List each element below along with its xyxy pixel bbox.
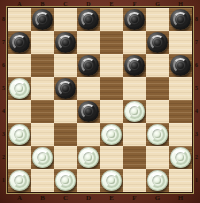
file-label-bottom-e: E bbox=[100, 193, 123, 203]
file-label-top-g: G bbox=[146, 0, 169, 7]
file-label-top-f: F bbox=[123, 0, 146, 7]
black-piece[interactable] bbox=[147, 32, 168, 53]
square-f4[interactable] bbox=[123, 100, 146, 123]
square-f8[interactable] bbox=[123, 8, 146, 31]
square-b4[interactable] bbox=[31, 100, 54, 123]
square-g2[interactable] bbox=[146, 146, 169, 169]
rank-label-left-2: 2 bbox=[0, 146, 7, 169]
square-e6[interactable] bbox=[100, 54, 123, 77]
square-h8[interactable] bbox=[169, 8, 192, 31]
square-b1[interactable] bbox=[31, 169, 54, 192]
square-e3[interactable] bbox=[100, 123, 123, 146]
rank-label-left-8: 8 bbox=[0, 8, 7, 31]
square-e5[interactable] bbox=[100, 77, 123, 100]
rank-label-right-4: 4 bbox=[193, 100, 200, 123]
square-e7[interactable] bbox=[100, 31, 123, 54]
rank-label-right-2: 2 bbox=[193, 146, 200, 169]
square-f2[interactable] bbox=[123, 146, 146, 169]
file-label-top-b: B bbox=[31, 0, 54, 7]
square-c6[interactable] bbox=[54, 54, 77, 77]
file-label-top-c: C bbox=[54, 0, 77, 7]
rank-label-left-7: 7 bbox=[0, 31, 7, 54]
square-c1[interactable] bbox=[54, 169, 77, 192]
square-b2[interactable] bbox=[31, 146, 54, 169]
black-piece[interactable] bbox=[78, 55, 99, 76]
checkers-board-frame: AABBCCDDEEFFGGHH8877665544332211 bbox=[0, 0, 200, 203]
square-a8[interactable] bbox=[8, 8, 31, 31]
rank-label-right-8: 8 bbox=[193, 8, 200, 31]
file-label-bottom-g: G bbox=[146, 193, 169, 203]
square-h6[interactable] bbox=[169, 54, 192, 77]
square-d4[interactable] bbox=[77, 100, 100, 123]
rank-label-right-7: 7 bbox=[193, 31, 200, 54]
square-a6[interactable] bbox=[8, 54, 31, 77]
black-piece[interactable] bbox=[55, 32, 76, 53]
black-piece[interactable] bbox=[55, 78, 76, 99]
file-label-top-e: E bbox=[100, 0, 123, 7]
square-f5[interactable] bbox=[123, 77, 146, 100]
square-a1[interactable] bbox=[8, 169, 31, 192]
square-b7[interactable] bbox=[31, 31, 54, 54]
black-piece[interactable] bbox=[170, 55, 191, 76]
file-label-top-d: D bbox=[77, 0, 100, 7]
white-piece[interactable] bbox=[9, 124, 30, 145]
file-label-bottom-d: D bbox=[77, 193, 100, 203]
black-piece[interactable] bbox=[9, 32, 30, 53]
square-h2[interactable] bbox=[169, 146, 192, 169]
square-f1[interactable] bbox=[123, 169, 146, 192]
rank-label-right-5: 5 bbox=[193, 77, 200, 100]
square-a7[interactable] bbox=[8, 31, 31, 54]
square-e1[interactable] bbox=[100, 169, 123, 192]
board bbox=[7, 7, 193, 193]
square-b6[interactable] bbox=[31, 54, 54, 77]
black-piece[interactable] bbox=[124, 55, 145, 76]
file-label-bottom-h: H bbox=[169, 193, 192, 203]
square-e2[interactable] bbox=[100, 146, 123, 169]
square-a2[interactable] bbox=[8, 146, 31, 169]
square-h7[interactable] bbox=[169, 31, 192, 54]
white-piece[interactable] bbox=[101, 124, 122, 145]
white-piece[interactable] bbox=[101, 170, 122, 191]
rank-label-right-3: 3 bbox=[193, 123, 200, 146]
white-piece[interactable] bbox=[147, 170, 168, 191]
black-piece[interactable] bbox=[32, 9, 53, 30]
rank-label-left-4: 4 bbox=[0, 100, 7, 123]
file-label-bottom-c: C bbox=[54, 193, 77, 203]
square-c7[interactable] bbox=[54, 31, 77, 54]
square-g5[interactable] bbox=[146, 77, 169, 100]
white-piece[interactable] bbox=[78, 147, 99, 168]
square-d3[interactable] bbox=[77, 123, 100, 146]
square-g8[interactable] bbox=[146, 8, 169, 31]
square-d2[interactable] bbox=[77, 146, 100, 169]
square-b5[interactable] bbox=[31, 77, 54, 100]
rank-label-right-1: 1 bbox=[193, 169, 200, 192]
rank-label-left-1: 1 bbox=[0, 169, 7, 192]
white-piece[interactable] bbox=[9, 170, 30, 191]
square-c5[interactable] bbox=[54, 77, 77, 100]
square-f3[interactable] bbox=[123, 123, 146, 146]
black-piece[interactable] bbox=[124, 9, 145, 30]
square-a3[interactable] bbox=[8, 123, 31, 146]
white-piece[interactable] bbox=[147, 124, 168, 145]
black-piece[interactable] bbox=[78, 9, 99, 30]
white-piece[interactable] bbox=[170, 147, 191, 168]
square-c3[interactable] bbox=[54, 123, 77, 146]
square-d1[interactable] bbox=[77, 169, 100, 192]
square-a5[interactable] bbox=[8, 77, 31, 100]
square-d7[interactable] bbox=[77, 31, 100, 54]
square-f7[interactable] bbox=[123, 31, 146, 54]
square-b3[interactable] bbox=[31, 123, 54, 146]
file-label-top-h: H bbox=[169, 0, 192, 7]
square-c2[interactable] bbox=[54, 146, 77, 169]
file-label-bottom-f: F bbox=[123, 193, 146, 203]
square-g6[interactable] bbox=[146, 54, 169, 77]
square-g7[interactable] bbox=[146, 31, 169, 54]
square-c4[interactable] bbox=[54, 100, 77, 123]
square-d8[interactable] bbox=[77, 8, 100, 31]
square-a4[interactable] bbox=[8, 100, 31, 123]
rank-label-right-6: 6 bbox=[193, 54, 200, 77]
square-h4[interactable] bbox=[169, 100, 192, 123]
square-g1[interactable] bbox=[146, 169, 169, 192]
black-piece[interactable] bbox=[170, 9, 191, 30]
square-f6[interactable] bbox=[123, 54, 146, 77]
file-label-top-a: A bbox=[8, 0, 31, 7]
file-label-bottom-a: A bbox=[8, 193, 31, 203]
square-h3[interactable] bbox=[169, 123, 192, 146]
square-b8[interactable] bbox=[31, 8, 54, 31]
white-piece[interactable] bbox=[9, 78, 30, 99]
square-h1[interactable] bbox=[169, 169, 192, 192]
white-piece[interactable] bbox=[124, 101, 145, 122]
rank-label-left-5: 5 bbox=[0, 77, 7, 100]
square-g3[interactable] bbox=[146, 123, 169, 146]
rank-label-left-3: 3 bbox=[0, 123, 7, 146]
white-piece[interactable] bbox=[32, 147, 53, 168]
square-g4[interactable] bbox=[146, 100, 169, 123]
square-e4[interactable] bbox=[100, 100, 123, 123]
white-piece[interactable] bbox=[55, 170, 76, 191]
square-h5[interactable] bbox=[169, 77, 192, 100]
square-d6[interactable] bbox=[77, 54, 100, 77]
rank-label-left-6: 6 bbox=[0, 54, 7, 77]
square-c8[interactable] bbox=[54, 8, 77, 31]
square-d5[interactable] bbox=[77, 77, 100, 100]
file-label-bottom-b: B bbox=[31, 193, 54, 203]
black-piece[interactable] bbox=[78, 101, 99, 122]
square-e8[interactable] bbox=[100, 8, 123, 31]
